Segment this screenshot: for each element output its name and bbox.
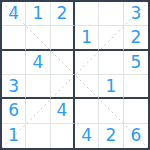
cell-r4c5[interactable]: 1 xyxy=(99,75,123,99)
cell-r2c3[interactable] xyxy=(51,26,75,50)
cell-r1c6[interactable]: 3 xyxy=(124,2,148,26)
cell-r4c2[interactable] xyxy=(26,75,50,99)
cell-r2c1[interactable] xyxy=(2,26,26,50)
cell-r3c6[interactable]: 5 xyxy=(124,51,148,75)
cell-r6c3[interactable] xyxy=(51,124,75,148)
cell-r3c1[interactable] xyxy=(2,51,26,75)
cell-r2c5[interactable] xyxy=(99,26,123,50)
cell-r1c5[interactable] xyxy=(99,2,123,26)
sudoku-board: 4123124531641426 xyxy=(0,0,150,150)
cell-r4c6[interactable] xyxy=(124,75,148,99)
cell-r6c5[interactable]: 2 xyxy=(99,124,123,148)
cell-r2c2[interactable] xyxy=(26,26,50,50)
cell-r5c5[interactable] xyxy=(99,99,123,123)
cell-r5c6[interactable] xyxy=(124,99,148,123)
cell-r3c5[interactable] xyxy=(99,51,123,75)
cell-r1c2[interactable]: 1 xyxy=(26,2,50,26)
cell-r3c3[interactable] xyxy=(51,51,75,75)
cell-r4c4[interactable] xyxy=(75,75,99,99)
cell-r3c4[interactable] xyxy=(75,51,99,75)
cell-r6c6[interactable]: 6 xyxy=(124,124,148,148)
cell-r1c3[interactable]: 2 xyxy=(51,2,75,26)
cell-r4c3[interactable] xyxy=(51,75,75,99)
cell-r5c4[interactable] xyxy=(75,99,99,123)
cell-r5c2[interactable] xyxy=(26,99,50,123)
cell-r1c1[interactable]: 4 xyxy=(2,2,26,26)
cell-r4c1[interactable]: 3 xyxy=(2,75,26,99)
cell-r2c4[interactable]: 1 xyxy=(75,26,99,50)
cell-r6c2[interactable] xyxy=(26,124,50,148)
cell-r2c6[interactable]: 2 xyxy=(124,26,148,50)
cell-r5c1[interactable]: 6 xyxy=(2,99,26,123)
cell-r1c4[interactable] xyxy=(75,2,99,26)
cell-r6c1[interactable]: 1 xyxy=(2,124,26,148)
cell-r5c3[interactable]: 4 xyxy=(51,99,75,123)
cell-r6c4[interactable]: 4 xyxy=(75,124,99,148)
cell-r3c2[interactable]: 4 xyxy=(26,51,50,75)
